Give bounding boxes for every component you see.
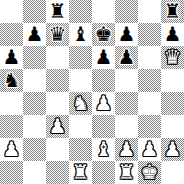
- white-rook-d1[interactable]: ♜: [69, 161, 92, 184]
- square-c5[interactable]: [46, 69, 69, 92]
- square-d5[interactable]: [69, 69, 92, 92]
- square-a8[interactable]: [0, 0, 23, 23]
- square-a2[interactable]: ♟: [0, 138, 23, 161]
- square-e7[interactable]: ♚: [92, 23, 115, 46]
- black-pawn-h7[interactable]: ♟: [161, 23, 184, 46]
- square-e3[interactable]: [92, 115, 115, 138]
- square-h5[interactable]: [161, 69, 184, 92]
- square-g7[interactable]: [138, 23, 161, 46]
- square-h6[interactable]: ♛: [161, 46, 184, 69]
- square-h1[interactable]: [161, 161, 184, 184]
- square-g2[interactable]: ♟: [138, 138, 161, 161]
- white-pawn-h2[interactable]: ♟: [161, 138, 184, 161]
- white-pawn-e4[interactable]: ♟: [92, 92, 115, 115]
- square-b4[interactable]: [23, 92, 46, 115]
- square-a5[interactable]: ♞: [0, 69, 23, 92]
- square-f6[interactable]: ♟: [115, 46, 138, 69]
- square-f7[interactable]: ♟: [115, 23, 138, 46]
- black-pawn-f7[interactable]: ♟: [115, 23, 138, 46]
- white-knight-d4[interactable]: ♞: [69, 92, 92, 115]
- white-queen-h6[interactable]: ♛: [161, 46, 184, 69]
- chess-board: ♜♜♟♛♝♚♟♟♟♟♟♛♞♞♟♟♟♝♟♟♟♜♜♚: [0, 0, 184, 184]
- square-d7[interactable]: ♝: [69, 23, 92, 46]
- square-f4[interactable]: [115, 92, 138, 115]
- square-e6[interactable]: ♟: [92, 46, 115, 69]
- square-e2[interactable]: ♝: [92, 138, 115, 161]
- black-pawn-a6[interactable]: ♟: [0, 46, 23, 69]
- white-pawn-a2[interactable]: ♟: [0, 138, 23, 161]
- square-h7[interactable]: ♟: [161, 23, 184, 46]
- square-f8[interactable]: [115, 0, 138, 23]
- square-c2[interactable]: [46, 138, 69, 161]
- square-g3[interactable]: [138, 115, 161, 138]
- square-f2[interactable]: ♟: [115, 138, 138, 161]
- square-e5[interactable]: [92, 69, 115, 92]
- square-g6[interactable]: [138, 46, 161, 69]
- square-h4[interactable]: [161, 92, 184, 115]
- black-rook-c8[interactable]: ♜: [46, 0, 69, 23]
- white-bishop-e2[interactable]: ♝: [92, 138, 115, 161]
- black-queen-c7[interactable]: ♛: [46, 23, 69, 46]
- square-e4[interactable]: ♟: [92, 92, 115, 115]
- black-pawn-f6[interactable]: ♟: [115, 46, 138, 69]
- square-b2[interactable]: [23, 138, 46, 161]
- square-c6[interactable]: [46, 46, 69, 69]
- square-h2[interactable]: ♟: [161, 138, 184, 161]
- square-b3[interactable]: [23, 115, 46, 138]
- square-c7[interactable]: ♛: [46, 23, 69, 46]
- square-h8[interactable]: ♜: [161, 0, 184, 23]
- black-king-e7[interactable]: ♚: [92, 23, 115, 46]
- black-bishop-d7[interactable]: ♝: [69, 23, 92, 46]
- square-h3[interactable]: [161, 115, 184, 138]
- square-d1[interactable]: ♜: [69, 161, 92, 184]
- square-b1[interactable]: [23, 161, 46, 184]
- square-d6[interactable]: [69, 46, 92, 69]
- black-rook-h8[interactable]: ♜: [161, 0, 184, 23]
- square-a3[interactable]: [0, 115, 23, 138]
- square-b6[interactable]: [23, 46, 46, 69]
- square-d4[interactable]: ♞: [69, 92, 92, 115]
- square-a7[interactable]: [0, 23, 23, 46]
- square-c1[interactable]: [46, 161, 69, 184]
- square-g1[interactable]: ♚: [138, 161, 161, 184]
- square-a6[interactable]: ♟: [0, 46, 23, 69]
- white-pawn-c3[interactable]: ♟: [46, 115, 69, 138]
- square-b5[interactable]: [23, 69, 46, 92]
- black-knight-a5[interactable]: ♞: [0, 69, 23, 92]
- square-g4[interactable]: [138, 92, 161, 115]
- square-g5[interactable]: [138, 69, 161, 92]
- square-f5[interactable]: [115, 69, 138, 92]
- white-rook-f1[interactable]: ♜: [115, 161, 138, 184]
- square-a1[interactable]: [0, 161, 23, 184]
- square-d3[interactable]: [69, 115, 92, 138]
- square-b7[interactable]: ♟: [23, 23, 46, 46]
- square-g8[interactable]: [138, 0, 161, 23]
- square-f1[interactable]: ♜: [115, 161, 138, 184]
- square-e8[interactable]: [92, 0, 115, 23]
- square-e1[interactable]: [92, 161, 115, 184]
- square-c3[interactable]: ♟: [46, 115, 69, 138]
- square-f3[interactable]: [115, 115, 138, 138]
- square-d2[interactable]: [69, 138, 92, 161]
- square-b8[interactable]: [23, 0, 46, 23]
- black-pawn-b7[interactable]: ♟: [23, 23, 46, 46]
- white-pawn-g2[interactable]: ♟: [138, 138, 161, 161]
- square-c8[interactable]: ♜: [46, 0, 69, 23]
- white-pawn-f2[interactable]: ♟: [115, 138, 138, 161]
- white-king-g1[interactable]: ♚: [138, 161, 161, 184]
- square-a4[interactable]: [0, 92, 23, 115]
- square-d8[interactable]: [69, 0, 92, 23]
- black-pawn-e6[interactable]: ♟: [92, 46, 115, 69]
- square-c4[interactable]: [46, 92, 69, 115]
